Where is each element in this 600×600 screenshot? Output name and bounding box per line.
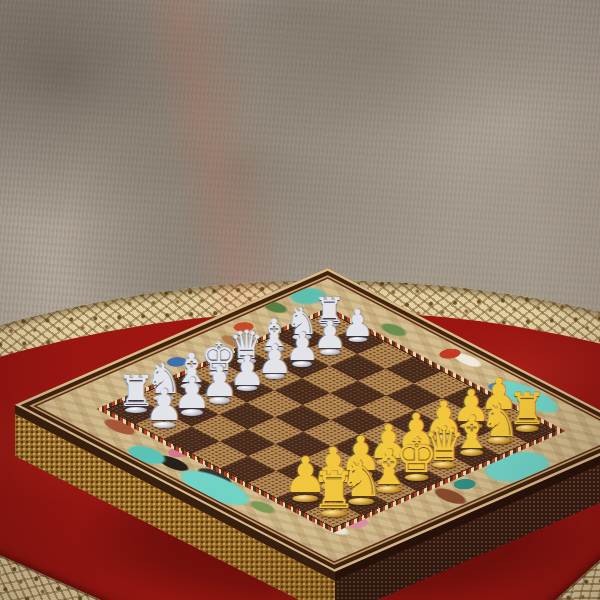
chess-set-photo-scene: ♜♜♞♞♝♝♛♛♚♚♝♝♞♞♜♜♟♟♟♟♟♟♟♟♟♟♟♟♟♟♟♟♟♟♟♟♟♟♟♟… bbox=[0, 0, 600, 600]
